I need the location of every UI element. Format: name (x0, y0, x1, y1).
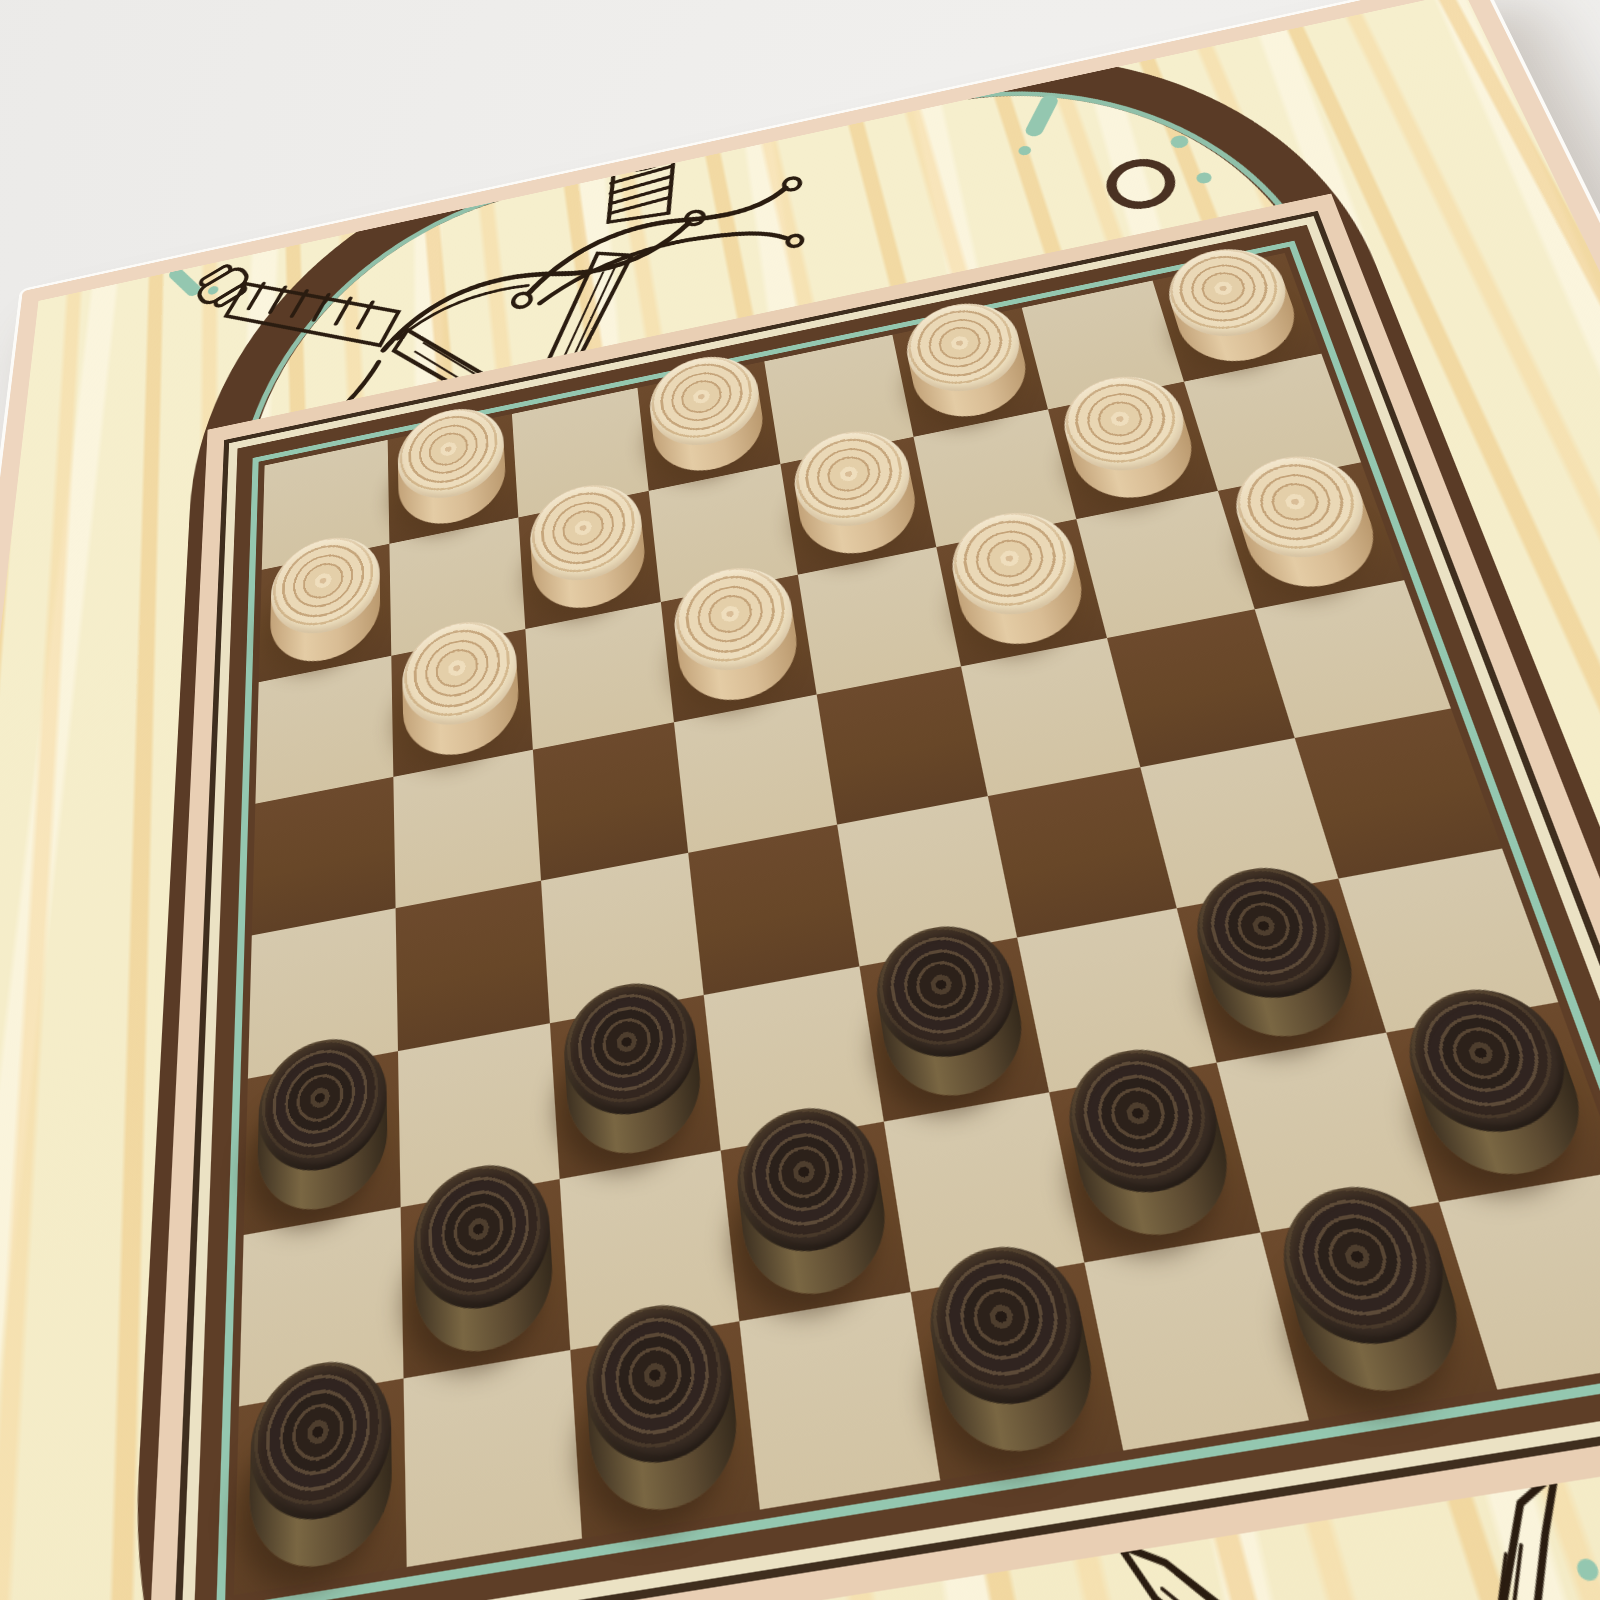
product-photo (0, 0, 1600, 1600)
piece-light-a7[interactable] (269, 528, 380, 671)
piece-light-b8[interactable] (397, 400, 508, 534)
square-d1[interactable] (739, 1292, 940, 1510)
square-b1[interactable] (404, 1350, 583, 1567)
piece-light-e7[interactable] (788, 422, 924, 564)
piece-dark-c1[interactable] (582, 1294, 745, 1520)
piece-light-d8[interactable] (646, 347, 769, 480)
piece-dark-b2[interactable] (413, 1155, 557, 1362)
piece-light-b6[interactable] (401, 612, 521, 765)
board-box-lid (0, 0, 1600, 1600)
piece-light-c7[interactable] (527, 475, 649, 617)
piece-dark-a1[interactable] (248, 1351, 393, 1577)
piece-light-d6[interactable] (669, 558, 803, 710)
square-b4[interactable] (396, 881, 550, 1051)
piece-dark-c3[interactable] (560, 973, 706, 1164)
board-face (0, 0, 1600, 1600)
teal-dot (208, 285, 219, 295)
piece-dark-d2[interactable] (730, 1097, 895, 1305)
square-d4[interactable] (688, 825, 859, 995)
piece-dark-a3[interactable] (256, 1029, 388, 1220)
teal-scroll-ornament (167, 266, 204, 298)
